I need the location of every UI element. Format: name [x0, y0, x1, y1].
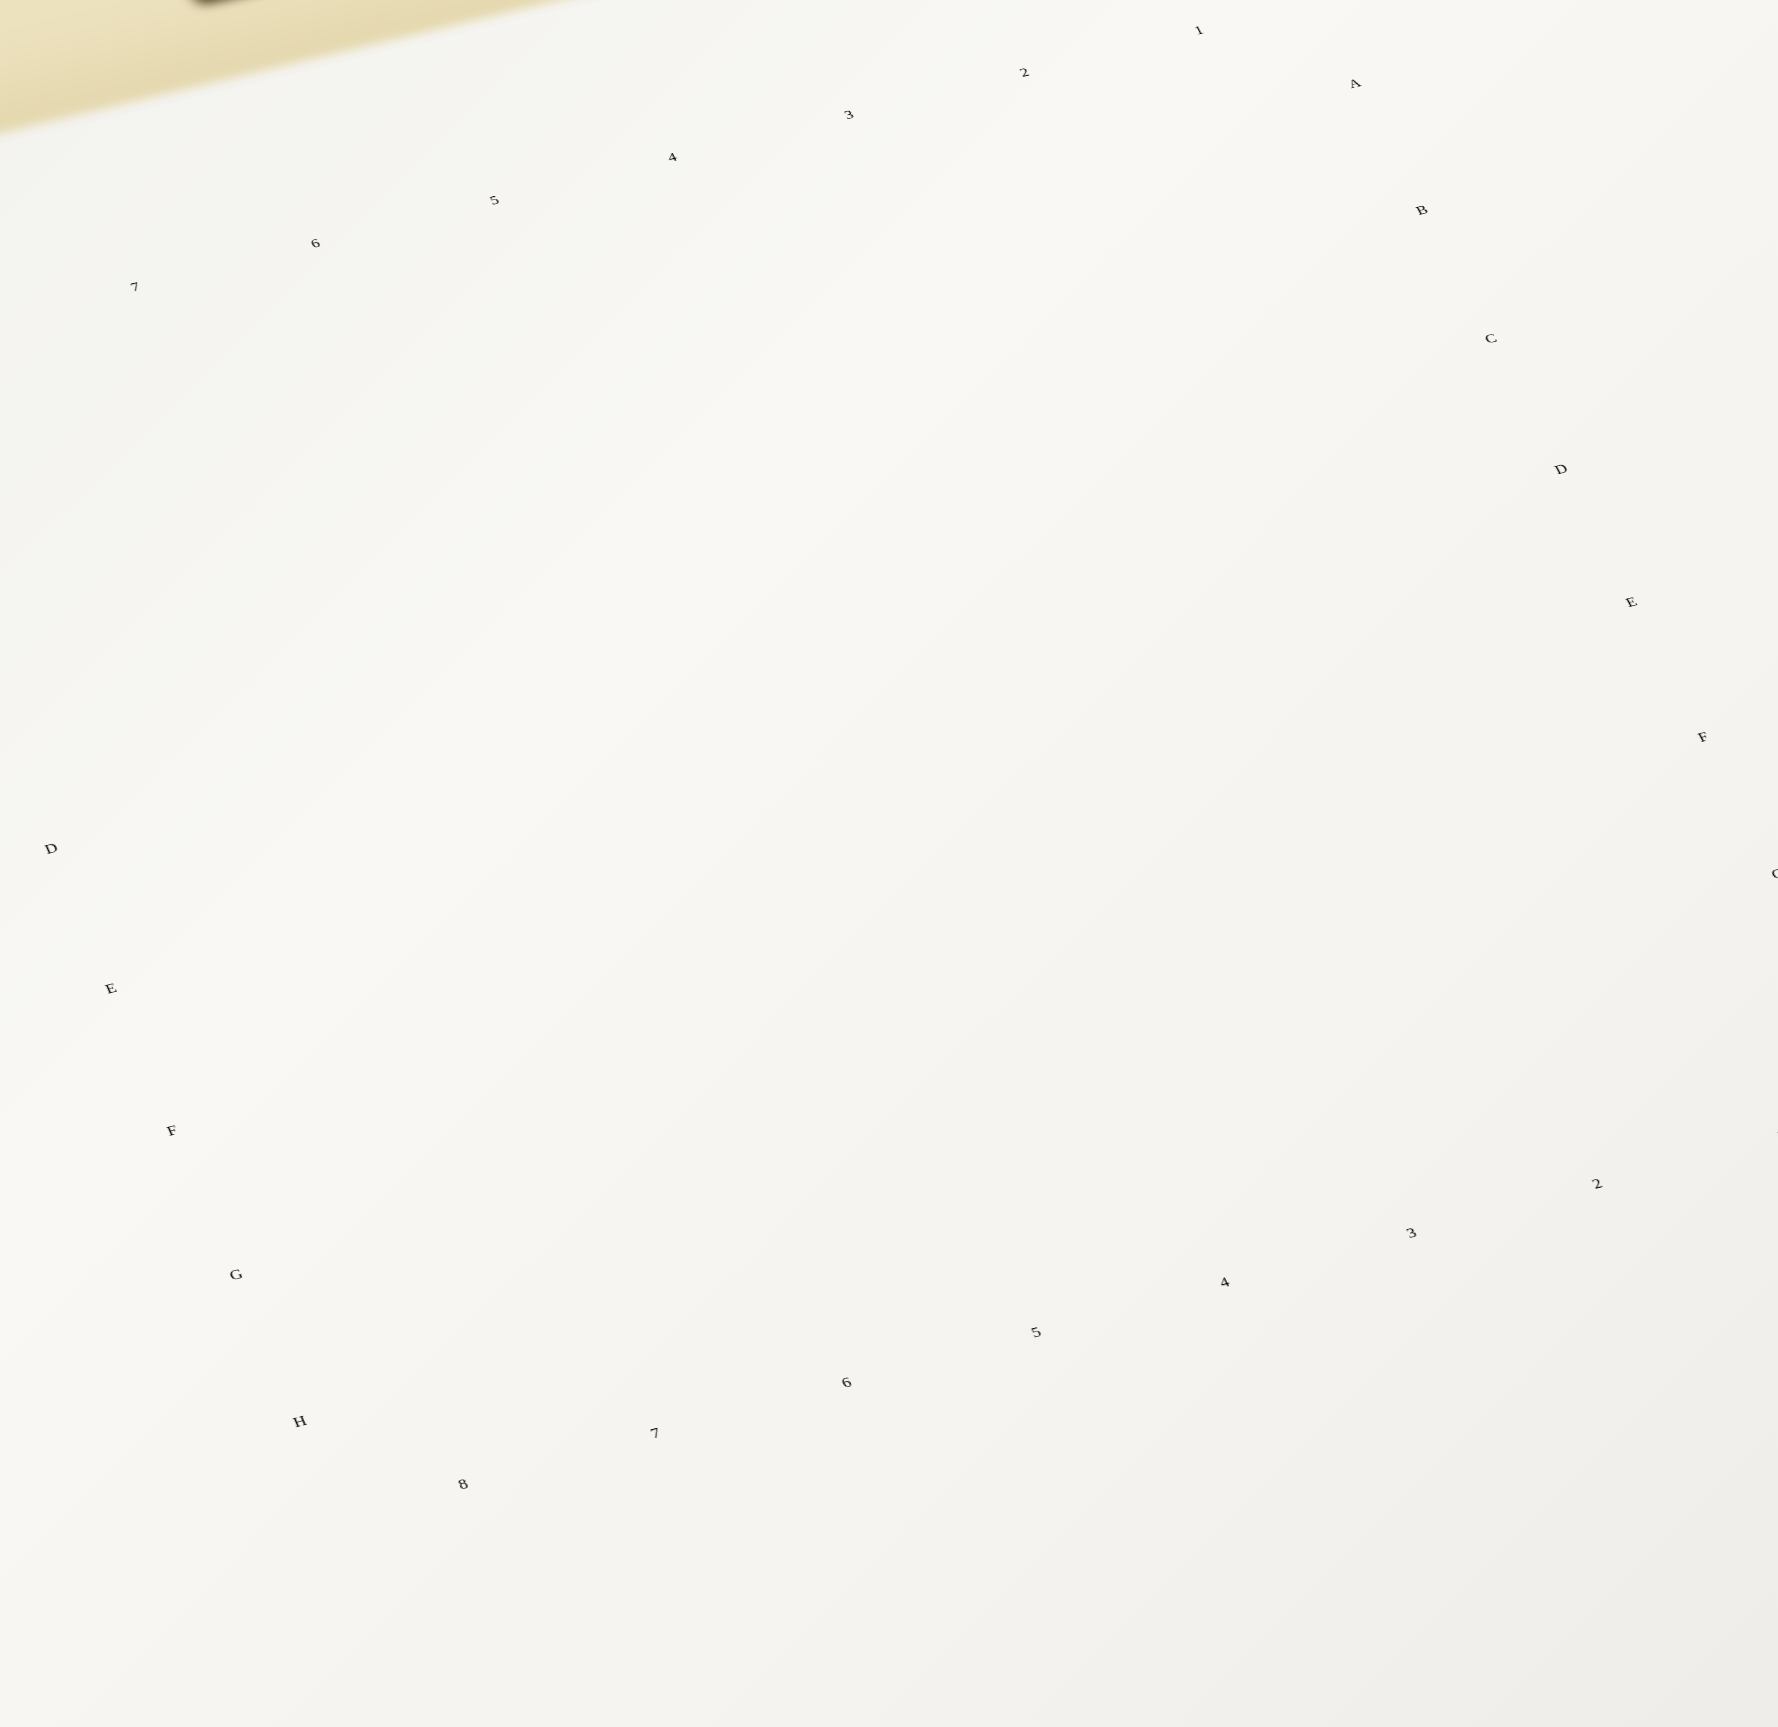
photo-scene: AABBCCDDEEFFGGHH8765432187654321: [0, 0, 1778, 1727]
checker-yellow-flipped-D2: [0, 1192, 140, 1377]
checker-yellow-B7: [0, 1377, 138, 1559]
checker-yellow-B6: [0, 1559, 140, 1727]
checker-yellow-A3: [0, 161, 128, 330]
case-slot: [170, 0, 375, 7]
checker-yellow-C3: [0, 1014, 135, 1192]
